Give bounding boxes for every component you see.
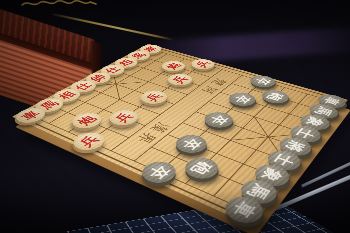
piece-character: 炮 (75, 114, 98, 126)
piece-gray-soldier[interactable]: 卒 (224, 90, 260, 108)
piece-character: 卒 (179, 137, 203, 151)
piece-red-soldier[interactable]: 兵 (136, 89, 172, 107)
piece-character: 炮 (164, 62, 182, 70)
piece-gray-cannon[interactable]: 砲 (179, 154, 224, 182)
piece-red-cannon[interactable]: 炮 (66, 110, 107, 131)
piece-character: 卒 (232, 94, 253, 104)
piece-character: 兵 (112, 112, 135, 124)
piece-character: 兵 (76, 134, 101, 148)
piece-red-cannon[interactable]: 炮 (157, 59, 189, 73)
piece-character: 砲 (189, 160, 215, 176)
piece-character: 兵 (143, 92, 164, 102)
piece-character: 卒 (146, 164, 173, 181)
piece-character: 卒 (207, 114, 229, 126)
piece-red-soldier[interactable]: 兵 (104, 108, 144, 129)
piece-gray-soldier[interactable]: 卒 (246, 74, 279, 90)
piece-gray-soldier[interactable]: 卒 (199, 110, 238, 131)
piece-character: 卒 (253, 77, 272, 86)
piece-gray-cannon[interactable]: 砲 (258, 88, 293, 106)
piece-gray-soldier[interactable]: 卒 (170, 132, 212, 157)
board-3d-wrap: 楚河 漢界 車馬相仕帥仕相馬車炮炮兵兵兵兵兵卒卒卒卒卒砲砲車馬象士將士象馬車 (0, 0, 350, 233)
piece-red-soldier[interactable]: 兵 (187, 57, 218, 71)
photo-stage: 楚河 漢界 車馬相仕帥仕相馬車炮炮兵兵兵兵兵卒卒卒卒卒砲砲車馬象士將士象馬車 (0, 0, 350, 233)
piece-character: 車 (230, 199, 259, 220)
piece-character: 兵 (170, 75, 189, 84)
piece-character: 車 (19, 110, 42, 122)
piece-character: 兵 (194, 60, 212, 68)
piece-red-soldier[interactable]: 兵 (163, 72, 197, 88)
piece-character: 砲 (265, 92, 285, 102)
